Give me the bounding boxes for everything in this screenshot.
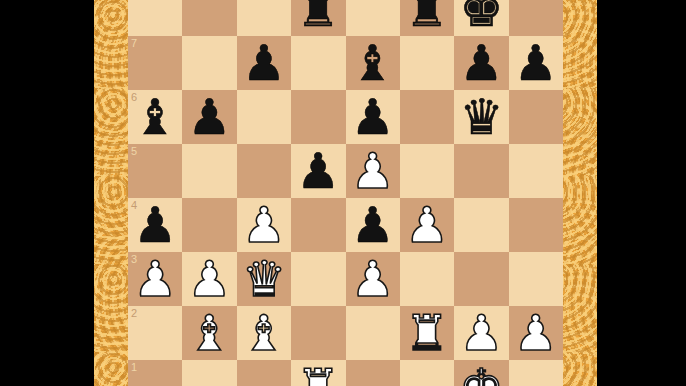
square-b3[interactable]: ♟ — [182, 252, 236, 306]
square-b5[interactable] — [182, 144, 236, 198]
square-g5[interactable] — [454, 144, 508, 198]
square-b2[interactable]: ♝ — [182, 306, 236, 360]
white-rook-icon-d1: ♜ — [291, 360, 345, 386]
square-d6[interactable] — [291, 90, 345, 144]
square-b7[interactable] — [182, 36, 236, 90]
black-queen-icon-g6: ♛ — [454, 90, 508, 144]
black-bishop-icon-a6: ♝ — [128, 90, 182, 144]
black-pawn-icon-g7: ♟ — [454, 36, 508, 90]
black-pawn-icon-h7: ♟ — [509, 36, 563, 90]
black-pawn-icon-e6: ♟ — [346, 90, 400, 144]
square-g7[interactable]: ♟ — [454, 36, 508, 90]
square-a2[interactable]: 2 — [128, 306, 182, 360]
black-pawn-icon-d5: ♟ — [291, 144, 345, 198]
square-h6[interactable] — [509, 90, 563, 144]
square-d5[interactable]: ♟ — [291, 144, 345, 198]
square-f4[interactable]: ♟ — [400, 198, 454, 252]
black-bishop-icon-e7: ♝ — [346, 36, 400, 90]
black-pawn-icon-c7: ♟ — [237, 36, 291, 90]
square-g1[interactable]: ♚ — [454, 360, 508, 386]
square-a7[interactable]: 7 — [128, 36, 182, 90]
white-pawn-icon-e5: ♟ — [346, 144, 400, 198]
square-e3[interactable]: ♟ — [346, 252, 400, 306]
square-b1[interactable] — [182, 360, 236, 386]
white-bishop-icon-b2: ♝ — [182, 306, 236, 360]
square-g8[interactable]: ♚ — [454, 0, 508, 36]
white-pawn-icon-g2: ♟ — [454, 306, 508, 360]
square-g2[interactable]: ♟ — [454, 306, 508, 360]
letterbox-left — [0, 0, 94, 386]
white-bishop-icon-c2: ♝ — [237, 306, 291, 360]
square-h3[interactable] — [509, 252, 563, 306]
square-a8[interactable] — [128, 0, 182, 36]
square-h1[interactable] — [509, 360, 563, 386]
letterbox-right — [597, 0, 686, 386]
rank-label-1: 1 — [131, 361, 137, 374]
rank-label-2: 2 — [131, 307, 137, 320]
square-d7[interactable] — [291, 36, 345, 90]
square-b8[interactable] — [182, 0, 236, 36]
square-c3[interactable]: ♛ — [237, 252, 291, 306]
black-pawn-icon-e4: ♟ — [346, 198, 400, 252]
video-frame: ♜♜♚7♟♝♟♟6♝♟♟♛5♟♟4♟♟♟♟3♟♟♛♟2♝♝♜♟♟1♜♚ — [0, 0, 686, 386]
white-king-icon-g1: ♚ — [454, 360, 508, 386]
square-f3[interactable] — [400, 252, 454, 306]
white-pawn-icon-h2: ♟ — [509, 306, 563, 360]
square-e6[interactable]: ♟ — [346, 90, 400, 144]
white-queen-icon-c3: ♛ — [237, 252, 291, 306]
square-g4[interactable] — [454, 198, 508, 252]
white-pawn-icon-f4: ♟ — [400, 198, 454, 252]
square-f5[interactable] — [400, 144, 454, 198]
black-king-icon-g8: ♚ — [454, 0, 508, 36]
square-e7[interactable]: ♝ — [346, 36, 400, 90]
square-d2[interactable] — [291, 306, 345, 360]
square-b4[interactable] — [182, 198, 236, 252]
square-e4[interactable]: ♟ — [346, 198, 400, 252]
white-pawn-icon-c4: ♟ — [237, 198, 291, 252]
square-b6[interactable]: ♟ — [182, 90, 236, 144]
square-d1[interactable]: ♜ — [291, 360, 345, 386]
square-c8[interactable] — [237, 0, 291, 36]
square-h7[interactable]: ♟ — [509, 36, 563, 90]
square-g6[interactable]: ♛ — [454, 90, 508, 144]
square-a4[interactable]: 4♟ — [128, 198, 182, 252]
square-e5[interactable]: ♟ — [346, 144, 400, 198]
square-d3[interactable] — [291, 252, 345, 306]
square-h8[interactable] — [509, 0, 563, 36]
square-c2[interactable]: ♝ — [237, 306, 291, 360]
square-d8[interactable]: ♜ — [291, 0, 345, 36]
square-f8[interactable]: ♜ — [400, 0, 454, 36]
rank-label-7: 7 — [131, 37, 137, 50]
square-a6[interactable]: 6♝ — [128, 90, 182, 144]
square-c5[interactable] — [237, 144, 291, 198]
square-h5[interactable] — [509, 144, 563, 198]
square-a1[interactable]: 1 — [128, 360, 182, 386]
white-pawn-icon-e3: ♟ — [346, 252, 400, 306]
square-f1[interactable] — [400, 360, 454, 386]
square-f2[interactable]: ♜ — [400, 306, 454, 360]
square-c6[interactable] — [237, 90, 291, 144]
square-c4[interactable]: ♟ — [237, 198, 291, 252]
white-pawn-icon-a3: ♟ — [128, 252, 182, 306]
rank-label-5: 5 — [131, 145, 137, 158]
black-pawn-icon-a4: ♟ — [128, 198, 182, 252]
square-g3[interactable] — [454, 252, 508, 306]
black-rook-icon-d8: ♜ — [291, 0, 345, 36]
square-f6[interactable] — [400, 90, 454, 144]
black-rook-icon-f8: ♜ — [400, 0, 454, 36]
white-pawn-icon-b3: ♟ — [182, 252, 236, 306]
square-a5[interactable]: 5 — [128, 144, 182, 198]
square-e8[interactable] — [346, 0, 400, 36]
square-h2[interactable]: ♟ — [509, 306, 563, 360]
square-c1[interactable] — [237, 360, 291, 386]
square-h4[interactable] — [509, 198, 563, 252]
chess-board[interactable]: ♜♜♚7♟♝♟♟6♝♟♟♛5♟♟4♟♟♟♟3♟♟♛♟2♝♝♜♟♟1♜♚ — [128, 0, 563, 386]
white-rook-icon-f2: ♜ — [400, 306, 454, 360]
square-e2[interactable] — [346, 306, 400, 360]
square-d4[interactable] — [291, 198, 345, 252]
square-f7[interactable] — [400, 36, 454, 90]
square-a3[interactable]: 3♟ — [128, 252, 182, 306]
black-pawn-icon-b6: ♟ — [182, 90, 236, 144]
square-c7[interactable]: ♟ — [237, 36, 291, 90]
square-e1[interactable] — [346, 360, 400, 386]
